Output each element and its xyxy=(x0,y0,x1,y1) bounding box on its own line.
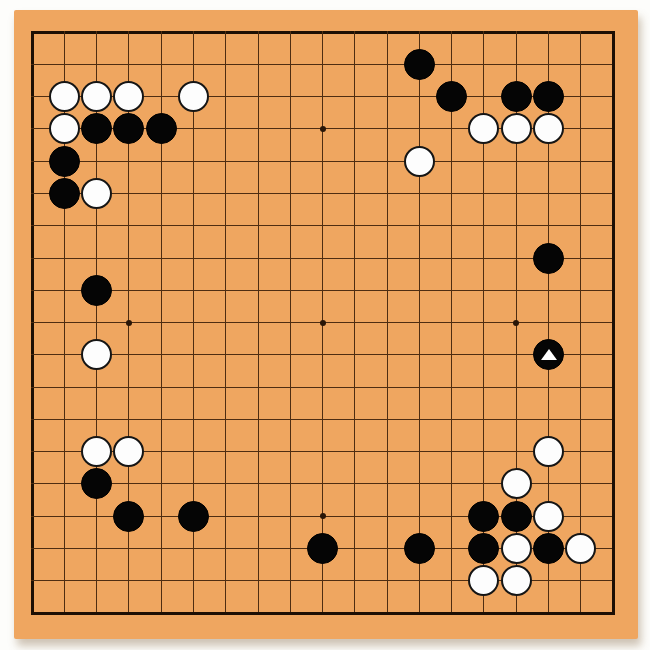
white-stone[interactable] xyxy=(81,81,112,112)
black-stone[interactable] xyxy=(178,501,209,532)
white-stone[interactable] xyxy=(468,113,499,144)
black-stone[interactable] xyxy=(81,468,112,499)
white-stone[interactable] xyxy=(404,146,435,177)
white-stone[interactable] xyxy=(501,113,532,144)
white-stone[interactable] xyxy=(533,436,564,467)
white-stone[interactable] xyxy=(533,113,564,144)
grid-line-vertical xyxy=(580,31,581,615)
black-stone[interactable] xyxy=(533,339,564,370)
white-stone[interactable] xyxy=(81,178,112,209)
black-stone[interactable] xyxy=(113,501,144,532)
black-stone[interactable] xyxy=(81,275,112,306)
black-stone[interactable] xyxy=(468,533,499,564)
grid-line-horizontal xyxy=(31,612,615,615)
star-point xyxy=(320,513,326,519)
black-stone[interactable] xyxy=(468,501,499,532)
black-stone[interactable] xyxy=(533,81,564,112)
black-stone[interactable] xyxy=(436,81,467,112)
black-stone[interactable] xyxy=(501,81,532,112)
white-stone[interactable] xyxy=(468,565,499,596)
white-stone[interactable] xyxy=(501,468,532,499)
star-point xyxy=(126,320,132,326)
black-stone[interactable] xyxy=(501,501,532,532)
star-point xyxy=(320,126,326,132)
grid-line-horizontal xyxy=(31,354,615,355)
black-stone[interactable] xyxy=(307,533,338,564)
black-stone[interactable] xyxy=(533,533,564,564)
board-layer xyxy=(0,0,650,650)
black-stone[interactable] xyxy=(113,113,144,144)
grid-line-vertical xyxy=(451,31,452,615)
black-stone[interactable] xyxy=(533,243,564,274)
black-stone[interactable] xyxy=(404,533,435,564)
white-stone[interactable] xyxy=(49,113,80,144)
black-stone[interactable] xyxy=(49,146,80,177)
grid-line-vertical xyxy=(387,31,388,615)
black-stone[interactable] xyxy=(81,113,112,144)
white-stone[interactable] xyxy=(49,81,80,112)
white-stone[interactable] xyxy=(501,533,532,564)
grid-line-horizontal xyxy=(31,419,615,420)
white-stone[interactable] xyxy=(113,81,144,112)
white-stone[interactable] xyxy=(178,81,209,112)
white-stone[interactable] xyxy=(565,533,596,564)
grid-line-horizontal xyxy=(31,387,615,388)
grid-line-vertical xyxy=(354,31,355,615)
black-stone[interactable] xyxy=(49,178,80,209)
black-stone[interactable] xyxy=(404,49,435,80)
black-stone[interactable] xyxy=(146,113,177,144)
white-stone[interactable] xyxy=(113,436,144,467)
star-point xyxy=(320,320,326,326)
white-stone[interactable] xyxy=(501,565,532,596)
triangle-mark-icon xyxy=(541,349,557,360)
white-stone[interactable] xyxy=(533,501,564,532)
white-stone[interactable] xyxy=(81,436,112,467)
star-point xyxy=(513,320,519,326)
grid-line-vertical xyxy=(612,31,615,615)
white-stone[interactable] xyxy=(81,339,112,370)
grid-line-vertical xyxy=(419,31,420,615)
